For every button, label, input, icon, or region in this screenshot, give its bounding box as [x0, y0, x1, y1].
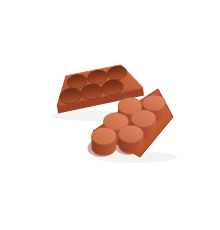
mold-cylinder	[119, 125, 144, 154]
cylinder-top	[131, 110, 156, 128]
cylinder-top	[92, 127, 117, 145]
product-photo: Two terracotta-colored silicone baking m…	[0, 0, 220, 230]
silicone-mold-photo: Two terracotta-colored silicone baking m…	[0, 0, 220, 230]
cylinder-top	[119, 125, 144, 143]
mold-cylinder	[92, 127, 117, 156]
cylinder-top	[143, 95, 166, 111]
